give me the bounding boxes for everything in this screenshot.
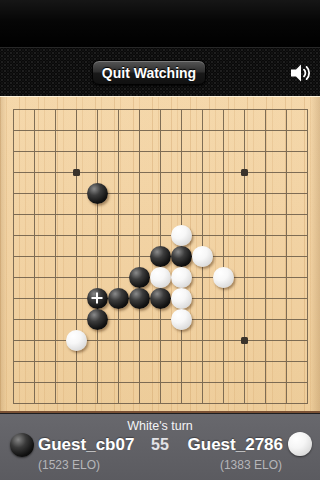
stone-white [171,288,192,309]
white-player-elo: (1383 ELO) [220,458,282,472]
stone-black [129,288,150,309]
stone-black [129,267,150,288]
stone-black [150,246,171,267]
stone-black [171,246,192,267]
stone-black [87,309,108,330]
status-bar [0,0,320,47]
turn-indicator: White's turn [0,419,320,433]
app-screen: Quit Watching White's turn Guest_cb07 55… [0,0,320,480]
stone-white [192,246,213,267]
stone-black [150,288,171,309]
stone-black [108,288,129,309]
stone-white [171,309,192,330]
toolbar: Quit Watching [0,47,320,96]
stone-black [87,183,108,204]
stone-white [213,267,234,288]
star-point [73,169,80,176]
gomoku-board [0,96,320,414]
star-point [241,337,248,344]
stones-layer [0,97,320,411]
speaker-icon[interactable] [288,61,314,85]
white-player-name: Guest_2786 [188,435,283,455]
stone-black [87,288,108,309]
black-player-elo: (1523 ELO) [38,458,100,472]
quit-watching-button[interactable]: Quit Watching [92,60,206,85]
stone-white [150,267,171,288]
stone-white [66,330,87,351]
stone-white [171,267,192,288]
stone-white [171,225,192,246]
last-move-marker [87,288,108,309]
star-point [241,169,248,176]
bottom-panel: White's turn Guest_cb07 55 Guest_2786 (1… [0,413,320,480]
white-stone-icon [288,432,312,456]
